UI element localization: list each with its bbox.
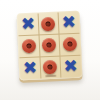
o-piece[interactable]: [42, 38, 57, 53]
x-piece[interactable]: ✖: [21, 15, 36, 33]
cell-r2c2[interactable]: [39, 34, 60, 57]
o-piece-hole: [46, 21, 51, 26]
cell-r1c2[interactable]: [38, 13, 59, 36]
photo-background: ✖✖✖✖: [0, 0, 100, 100]
cell-r1c3[interactable]: ✖: [58, 12, 79, 35]
o-piece[interactable]: [63, 37, 78, 52]
o-piece[interactable]: [41, 17, 56, 32]
cell-r3c3[interactable]: ✖: [60, 55, 81, 78]
x-piece[interactable]: ✖: [23, 59, 38, 77]
o-piece-hole: [47, 43, 52, 48]
o-piece-hole: [27, 44, 32, 49]
cell-r1c1[interactable]: ✖: [18, 13, 39, 36]
o-piece[interactable]: [22, 39, 37, 54]
o-piece-hole: [48, 65, 53, 70]
o-piece[interactable]: [43, 60, 58, 75]
x-piece[interactable]: ✖: [63, 57, 78, 75]
o-piece-hole: [67, 42, 72, 47]
cell-r2c3[interactable]: [59, 33, 80, 56]
x-piece[interactable]: ✖: [61, 14, 76, 32]
cell-r3c1[interactable]: ✖: [20, 57, 41, 80]
tic-tac-toe-board: ✖✖✖✖: [17, 11, 83, 81]
cell-r2c1[interactable]: [19, 35, 40, 58]
board-grid: ✖✖✖✖: [18, 12, 82, 80]
